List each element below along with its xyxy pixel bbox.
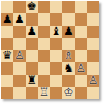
square-e7[interactable] <box>50 13 62 25</box>
square-h8[interactable] <box>87 1 99 13</box>
square-c3[interactable] <box>26 62 38 74</box>
square-g5[interactable] <box>75 38 87 50</box>
black-pawn[interactable]: ♟ <box>14 13 24 24</box>
square-f8[interactable] <box>62 1 74 13</box>
black-knight[interactable]: ♞ <box>63 62 73 73</box>
square-b4[interactable]: ♙ <box>13 50 25 62</box>
square-h6[interactable] <box>87 26 99 38</box>
square-b6[interactable] <box>13 26 25 38</box>
square-h7[interactable] <box>87 13 99 25</box>
square-h2[interactable]: ♙ <box>87 75 99 87</box>
square-h5[interactable] <box>87 38 99 50</box>
black-rook[interactable]: ♜ <box>26 75 36 86</box>
white-rook[interactable]: ♖ <box>39 87 49 98</box>
square-b5[interactable] <box>13 38 25 50</box>
square-a6[interactable] <box>1 26 13 38</box>
square-e5[interactable] <box>50 38 62 50</box>
black-bishop[interactable]: ♝ <box>51 26 61 37</box>
white-bishop[interactable]: ♗ <box>63 50 73 61</box>
square-e6[interactable]: ♝ <box>50 26 62 38</box>
square-f5[interactable] <box>62 38 74 50</box>
square-d1[interactable]: ♖ <box>38 87 50 99</box>
square-h4[interactable] <box>87 50 99 62</box>
square-a1[interactable] <box>1 87 13 99</box>
square-g3[interactable]: ♙ <box>75 62 87 74</box>
square-g8[interactable] <box>75 1 87 13</box>
square-f7[interactable] <box>62 13 74 25</box>
square-d3[interactable] <box>38 62 50 74</box>
white-pawn[interactable]: ♙ <box>14 50 24 61</box>
square-h1[interactable] <box>87 87 99 99</box>
square-b7[interactable]: ♟ <box>13 13 25 25</box>
white-pawn[interactable]: ♙ <box>75 62 85 73</box>
square-f6[interactable]: ♟ <box>62 26 74 38</box>
black-pawn[interactable]: ♟ <box>63 26 73 37</box>
square-f3[interactable]: ♞ <box>62 62 74 74</box>
chess-board: ♚♟♟♟♝♟♛♙♗♞♙♜♙♖♔ <box>1 1 99 99</box>
square-e3[interactable] <box>50 62 62 74</box>
square-d4[interactable] <box>38 50 50 62</box>
square-d2[interactable] <box>38 75 50 87</box>
square-b2[interactable] <box>13 75 25 87</box>
square-c7[interactable] <box>26 13 38 25</box>
square-f1[interactable]: ♔ <box>62 87 74 99</box>
square-a3[interactable] <box>1 62 13 74</box>
square-e4[interactable] <box>50 50 62 62</box>
square-b1[interactable] <box>13 87 25 99</box>
square-d6[interactable] <box>38 26 50 38</box>
square-g4[interactable] <box>75 50 87 62</box>
square-e2[interactable] <box>50 75 62 87</box>
square-a8[interactable] <box>1 1 13 13</box>
square-c6[interactable]: ♟ <box>26 26 38 38</box>
square-e8[interactable] <box>50 1 62 13</box>
black-queen[interactable]: ♛ <box>2 50 12 61</box>
square-d8[interactable] <box>38 1 50 13</box>
square-c5[interactable] <box>26 38 38 50</box>
square-g2[interactable] <box>75 75 87 87</box>
white-king[interactable]: ♔ <box>63 87 73 98</box>
chess-board-grid: ♚♟♟♟♝♟♛♙♗♞♙♜♙♖♔ <box>1 1 99 99</box>
square-c1[interactable] <box>26 87 38 99</box>
black-pawn[interactable]: ♟ <box>26 26 36 37</box>
square-a4[interactable]: ♛ <box>1 50 13 62</box>
square-a5[interactable] <box>1 38 13 50</box>
square-b3[interactable] <box>13 62 25 74</box>
square-f2[interactable] <box>62 75 74 87</box>
white-pawn[interactable]: ♙ <box>88 75 98 86</box>
square-e1[interactable] <box>50 87 62 99</box>
square-f4[interactable]: ♗ <box>62 50 74 62</box>
square-c2[interactable]: ♜ <box>26 75 38 87</box>
square-b8[interactable] <box>13 1 25 13</box>
square-a7[interactable]: ♟ <box>1 13 13 25</box>
square-d5[interactable] <box>38 38 50 50</box>
black-king[interactable]: ♚ <box>26 1 36 12</box>
square-g1[interactable] <box>75 87 87 99</box>
square-c4[interactable] <box>26 50 38 62</box>
square-d7[interactable] <box>38 13 50 25</box>
square-h3[interactable] <box>87 62 99 74</box>
square-a2[interactable] <box>1 75 13 87</box>
square-g6[interactable] <box>75 26 87 38</box>
black-pawn[interactable]: ♟ <box>2 13 12 24</box>
square-c8[interactable]: ♚ <box>26 1 38 13</box>
square-g7[interactable] <box>75 13 87 25</box>
